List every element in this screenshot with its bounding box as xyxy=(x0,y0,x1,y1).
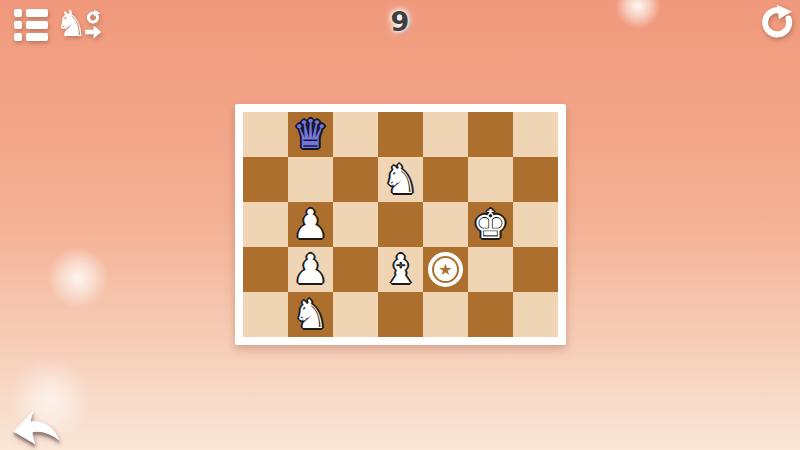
square-d2[interactable]: ♝ xyxy=(378,247,423,292)
sparkle-glow xyxy=(47,247,109,309)
white-pawn[interactable]: ♟ xyxy=(293,202,329,247)
square-a3[interactable] xyxy=(243,202,288,247)
square-c2[interactable] xyxy=(333,247,378,292)
level-number: 9 xyxy=(0,6,800,37)
square-g4[interactable] xyxy=(513,157,558,202)
restart-icon[interactable] xyxy=(760,5,794,39)
square-b5[interactable]: ♛ xyxy=(288,112,333,157)
square-f2[interactable] xyxy=(468,247,513,292)
square-d5[interactable] xyxy=(378,112,423,157)
square-e5[interactable] xyxy=(423,112,468,157)
undo-arrow-icon[interactable] xyxy=(8,404,66,448)
chess-board: ♛♞♟♚♟♝★♞ xyxy=(235,104,566,345)
square-c4[interactable] xyxy=(333,157,378,202)
square-c3[interactable] xyxy=(333,202,378,247)
square-b3[interactable]: ♟ xyxy=(288,202,333,247)
square-g2[interactable] xyxy=(513,247,558,292)
square-f3[interactable]: ♚ xyxy=(468,202,513,247)
white-knight[interactable]: ♞ xyxy=(383,157,419,202)
square-e1[interactable] xyxy=(423,292,468,337)
square-e2[interactable]: ★ xyxy=(423,247,468,292)
square-e4[interactable] xyxy=(423,157,468,202)
square-a4[interactable] xyxy=(243,157,288,202)
square-b1[interactable]: ♞ xyxy=(288,292,333,337)
square-a1[interactable] xyxy=(243,292,288,337)
square-d1[interactable] xyxy=(378,292,423,337)
square-b2[interactable]: ♟ xyxy=(288,247,333,292)
target-marker[interactable]: ★ xyxy=(428,252,463,287)
square-c1[interactable] xyxy=(333,292,378,337)
square-f1[interactable] xyxy=(468,292,513,337)
square-a2[interactable] xyxy=(243,247,288,292)
square-c5[interactable] xyxy=(333,112,378,157)
square-f4[interactable] xyxy=(468,157,513,202)
square-e3[interactable] xyxy=(423,202,468,247)
white-knight[interactable]: ♞ xyxy=(293,292,329,337)
white-bishop[interactable]: ♝ xyxy=(383,247,419,292)
square-f5[interactable] xyxy=(468,112,513,157)
square-d3[interactable] xyxy=(378,202,423,247)
target-marker-inner: ★ xyxy=(434,258,457,281)
white-pawn[interactable]: ♟ xyxy=(293,247,329,292)
black-queen[interactable]: ♛ xyxy=(293,112,329,157)
square-a5[interactable] xyxy=(243,112,288,157)
square-d4[interactable]: ♞ xyxy=(378,157,423,202)
white-king[interactable]: ♚ xyxy=(473,202,509,247)
square-b4[interactable] xyxy=(288,157,333,202)
square-g5[interactable] xyxy=(513,112,558,157)
target-star-icon: ★ xyxy=(438,258,452,281)
square-g3[interactable] xyxy=(513,202,558,247)
square-g1[interactable] xyxy=(513,292,558,337)
